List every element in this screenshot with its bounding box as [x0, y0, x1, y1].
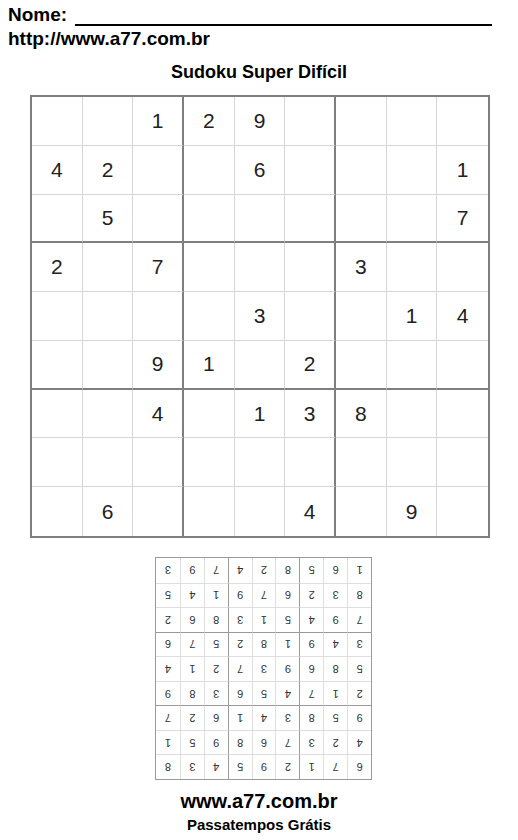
solution-cell-r8c7: 1 — [204, 583, 228, 608]
puzzle-cell-r8c9 — [437, 438, 488, 487]
puzzle-cell-r3c1 — [32, 195, 83, 244]
page-title: Sudoku Super Difícil — [0, 62, 518, 83]
puzzle-cell-r4c9 — [437, 243, 488, 292]
name-label: Nome: — [8, 4, 67, 26]
solution-cell-r2c7: 9 — [204, 730, 228, 755]
solution-cell-r4c3: 7 — [299, 681, 323, 706]
puzzle-cell-r2c1: 4 — [32, 146, 83, 195]
site-url-text: http://www.a77.com.br — [8, 28, 210, 50]
puzzle-cell-r2c8 — [387, 146, 438, 195]
puzzle-cell-r7c2 — [83, 390, 134, 439]
solution-cell-r3c9: 7 — [156, 705, 180, 730]
solution-cell-r1c7: 4 — [204, 754, 228, 779]
puzzle-cell-r5c9: 4 — [437, 292, 488, 341]
solution-cell-r2c8: 5 — [180, 730, 204, 755]
solution-cell-r4c5: 5 — [252, 681, 276, 706]
puzzle-cell-r4c2 — [83, 243, 134, 292]
puzzle-cell-r5c7 — [336, 292, 387, 341]
solution-cell-r2c3: 3 — [299, 730, 323, 755]
solution-cell-r7c8: 6 — [180, 607, 204, 632]
puzzle-cell-r5c8: 1 — [387, 292, 438, 341]
solution-cell-r6c6: 2 — [228, 632, 252, 657]
puzzle-cell-r5c1 — [32, 292, 83, 341]
solution-cell-r3c2: 5 — [323, 705, 347, 730]
solution-cell-r1c5: 9 — [252, 754, 276, 779]
solution-cell-r3c3: 8 — [299, 705, 323, 730]
solution-cell-r8c8: 4 — [180, 583, 204, 608]
solution-cell-r3c6: 1 — [228, 705, 252, 730]
puzzle-cell-r2c6 — [285, 146, 336, 195]
solution-cell-r7c9: 2 — [156, 607, 180, 632]
puzzle-cell-r3c4 — [184, 195, 235, 244]
puzzle-cell-r3c9: 7 — [437, 195, 488, 244]
solution-cell-r4c6: 6 — [228, 681, 252, 706]
puzzle-cell-r6c7 — [336, 341, 387, 390]
puzzle-cell-r9c4 — [184, 487, 235, 536]
puzzle-cell-r4c8 — [387, 243, 438, 292]
puzzle-cell-r3c3 — [133, 195, 184, 244]
puzzle-cell-r2c5: 6 — [235, 146, 286, 195]
puzzle-cell-r7c3: 4 — [133, 390, 184, 439]
solution-cell-r8c2: 3 — [323, 583, 347, 608]
solution-cell-r4c2: 1 — [323, 681, 347, 706]
solution-cell-r5c8: 1 — [180, 656, 204, 681]
solution-cell-r4c8: 8 — [180, 681, 204, 706]
solution-cell-r5c6: 7 — [228, 656, 252, 681]
solution-cell-r6c4: 1 — [275, 632, 299, 657]
solution-cell-r4c7: 3 — [204, 681, 228, 706]
solution-cell-r7c7: 8 — [204, 607, 228, 632]
puzzle-cell-r5c6 — [285, 292, 336, 341]
puzzle-cell-r3c6 — [285, 195, 336, 244]
puzzle-cell-r4c7: 3 — [336, 243, 387, 292]
puzzle-cell-r6c2 — [83, 341, 134, 390]
puzzle-cell-r6c1 — [32, 341, 83, 390]
solution-cell-r3c5: 4 — [252, 705, 276, 730]
puzzle-cell-r6c4: 1 — [184, 341, 235, 390]
puzzle-cell-r3c7 — [336, 195, 387, 244]
puzzle-cell-r4c6 — [285, 243, 336, 292]
puzzle-cell-r1c7 — [336, 97, 387, 146]
solution-cell-r5c7: 2 — [204, 656, 228, 681]
puzzle-cell-r6c9 — [437, 341, 488, 390]
puzzle-cell-r8c6 — [285, 438, 336, 487]
puzzle-cell-r8c1 — [32, 438, 83, 487]
puzzle-cell-r4c4 — [184, 243, 235, 292]
solution-cell-r1c2: 7 — [323, 754, 347, 779]
solution-cell-r6c8: 7 — [180, 632, 204, 657]
solution-cell-r1c6: 5 — [228, 754, 252, 779]
solution-cell-r6c2: 4 — [323, 632, 347, 657]
solution-cell-r6c5: 8 — [252, 632, 276, 657]
solution-cell-r2c5: 6 — [252, 730, 276, 755]
name-row: Nome: — [8, 4, 492, 26]
solution-cell-r2c1: 4 — [347, 730, 371, 755]
puzzle-cell-r9c8: 9 — [387, 487, 438, 536]
puzzle-cell-r7c8 — [387, 390, 438, 439]
solution-cell-r1c3: 1 — [299, 754, 323, 779]
solution-cell-r7c4: 5 — [275, 607, 299, 632]
puzzle-cell-r1c4: 2 — [184, 97, 235, 146]
solution-cell-r8c6: 9 — [228, 583, 252, 608]
puzzle-cell-r1c1 — [32, 97, 83, 146]
puzzle-cell-r2c4 — [184, 146, 235, 195]
puzzle-cell-r9c3 — [133, 487, 184, 536]
puzzle-cell-r8c2 — [83, 438, 134, 487]
puzzle-cell-r9c6: 4 — [285, 487, 336, 536]
solution-cell-r1c9: 8 — [156, 754, 180, 779]
puzzle-cell-r1c8 — [387, 97, 438, 146]
solution-cell-r9c5: 2 — [252, 558, 276, 583]
solution-cell-r4c4: 4 — [275, 681, 299, 706]
puzzle-cell-r1c2 — [83, 97, 134, 146]
puzzle-cell-r3c2: 5 — [83, 195, 134, 244]
solution-cell-r5c1: 5 — [347, 656, 371, 681]
puzzle-cell-r4c1: 2 — [32, 243, 83, 292]
puzzle-cell-r7c6: 3 — [285, 390, 336, 439]
solution-cell-r2c2: 2 — [323, 730, 347, 755]
puzzle-cell-r6c6: 2 — [285, 341, 336, 390]
footer-tagline-text: Passatempos Grátis — [0, 816, 518, 833]
solution-cell-r8c4: 6 — [275, 583, 299, 608]
footer-site-text: www.a77.com.br — [0, 790, 518, 813]
solution-cell-r9c9: 3 — [156, 558, 180, 583]
solution-cell-r3c7: 6 — [204, 705, 228, 730]
puzzle-cell-r3c8 — [387, 195, 438, 244]
solution-cell-r9c6: 4 — [228, 558, 252, 583]
puzzle-cell-r4c5 — [235, 243, 286, 292]
solution-cell-r9c1: 1 — [347, 558, 371, 583]
solution-cell-r9c3: 5 — [299, 558, 323, 583]
puzzle-cell-r2c3 — [133, 146, 184, 195]
solution-cell-r1c4: 2 — [275, 754, 299, 779]
puzzle-cell-r2c7 — [336, 146, 387, 195]
puzzle-cell-r5c4 — [184, 292, 235, 341]
puzzle-cell-r9c7 — [336, 487, 387, 536]
puzzle-cell-r7c7: 8 — [336, 390, 387, 439]
puzzle-cell-r5c3 — [133, 292, 184, 341]
solution-cell-r8c1: 8 — [347, 583, 371, 608]
solution-cell-r7c5: 1 — [252, 607, 276, 632]
puzzle-cell-r1c5: 9 — [235, 97, 286, 146]
solution-cell-r5c5: 3 — [252, 656, 276, 681]
solution-cell-r7c6: 3 — [228, 607, 252, 632]
puzzle-cell-r2c2: 2 — [83, 146, 134, 195]
solution-cell-r6c9: 6 — [156, 632, 180, 657]
puzzle-cell-r5c5: 3 — [235, 292, 286, 341]
puzzle-cell-r8c3 — [133, 438, 184, 487]
solution-cell-r6c7: 5 — [204, 632, 228, 657]
solution-cell-r1c8: 3 — [180, 754, 204, 779]
solution-cell-r7c1: 7 — [347, 607, 371, 632]
solution-cell-r9c8: 9 — [180, 558, 204, 583]
puzzle-cell-r2c9: 1 — [437, 146, 488, 195]
puzzle-cell-r4c3: 7 — [133, 243, 184, 292]
solution-cell-r9c2: 6 — [323, 558, 347, 583]
sudoku-solution-grid-upside-down: 6712954384237689519583416272174563895869… — [155, 557, 372, 780]
puzzle-cell-r7c9 — [437, 390, 488, 439]
sudoku-puzzle-grid: 1294261572733149124138649 — [30, 95, 490, 538]
puzzle-cell-r8c5 — [235, 438, 286, 487]
solution-cell-r9c4: 8 — [275, 558, 299, 583]
solution-cell-r5c2: 8 — [323, 656, 347, 681]
puzzle-cell-r1c9 — [437, 97, 488, 146]
puzzle-cell-r7c4 — [184, 390, 235, 439]
solution-cell-r3c1: 9 — [347, 705, 371, 730]
puzzle-cell-r8c4 — [184, 438, 235, 487]
puzzle-cell-r9c9 — [437, 487, 488, 536]
puzzle-cell-r7c5: 1 — [235, 390, 286, 439]
solution-cell-r6c3: 9 — [299, 632, 323, 657]
puzzle-cell-r7c1 — [32, 390, 83, 439]
solution-cell-r3c4: 3 — [275, 705, 299, 730]
name-fill-in-line — [75, 7, 492, 26]
solution-cell-r2c4: 7 — [275, 730, 299, 755]
puzzle-cell-r5c2 — [83, 292, 134, 341]
puzzle-cell-r8c7 — [336, 438, 387, 487]
puzzle-cell-r1c6 — [285, 97, 336, 146]
puzzle-cell-r9c2: 6 — [83, 487, 134, 536]
puzzle-cell-r8c8 — [387, 438, 438, 487]
solution-cell-r9c7: 7 — [204, 558, 228, 583]
solution-cell-r5c4: 9 — [275, 656, 299, 681]
solution-cell-r2c6: 8 — [228, 730, 252, 755]
solution-cell-r5c3: 6 — [299, 656, 323, 681]
solution-cell-r6c1: 3 — [347, 632, 371, 657]
solution-cell-r7c2: 9 — [323, 607, 347, 632]
puzzle-cell-r1c3: 1 — [133, 97, 184, 146]
solution-cell-r8c9: 5 — [156, 583, 180, 608]
solution-cell-r2c9: 1 — [156, 730, 180, 755]
solution-cell-r7c3: 4 — [299, 607, 323, 632]
solution-cell-r1c1: 6 — [347, 754, 371, 779]
puzzle-cell-r9c5 — [235, 487, 286, 536]
puzzle-cell-r6c8 — [387, 341, 438, 390]
puzzle-cell-r9c1 — [32, 487, 83, 536]
solution-cell-r4c9: 9 — [156, 681, 180, 706]
puzzle-cell-r6c5 — [235, 341, 286, 390]
puzzle-cell-r3c5 — [235, 195, 286, 244]
solution-cell-r4c1: 2 — [347, 681, 371, 706]
solution-cell-r5c9: 4 — [156, 656, 180, 681]
solution-cell-r3c8: 2 — [180, 705, 204, 730]
solution-cell-r8c5: 7 — [252, 583, 276, 608]
solution-cell-r8c3: 2 — [299, 583, 323, 608]
puzzle-cell-r6c3: 9 — [133, 341, 184, 390]
